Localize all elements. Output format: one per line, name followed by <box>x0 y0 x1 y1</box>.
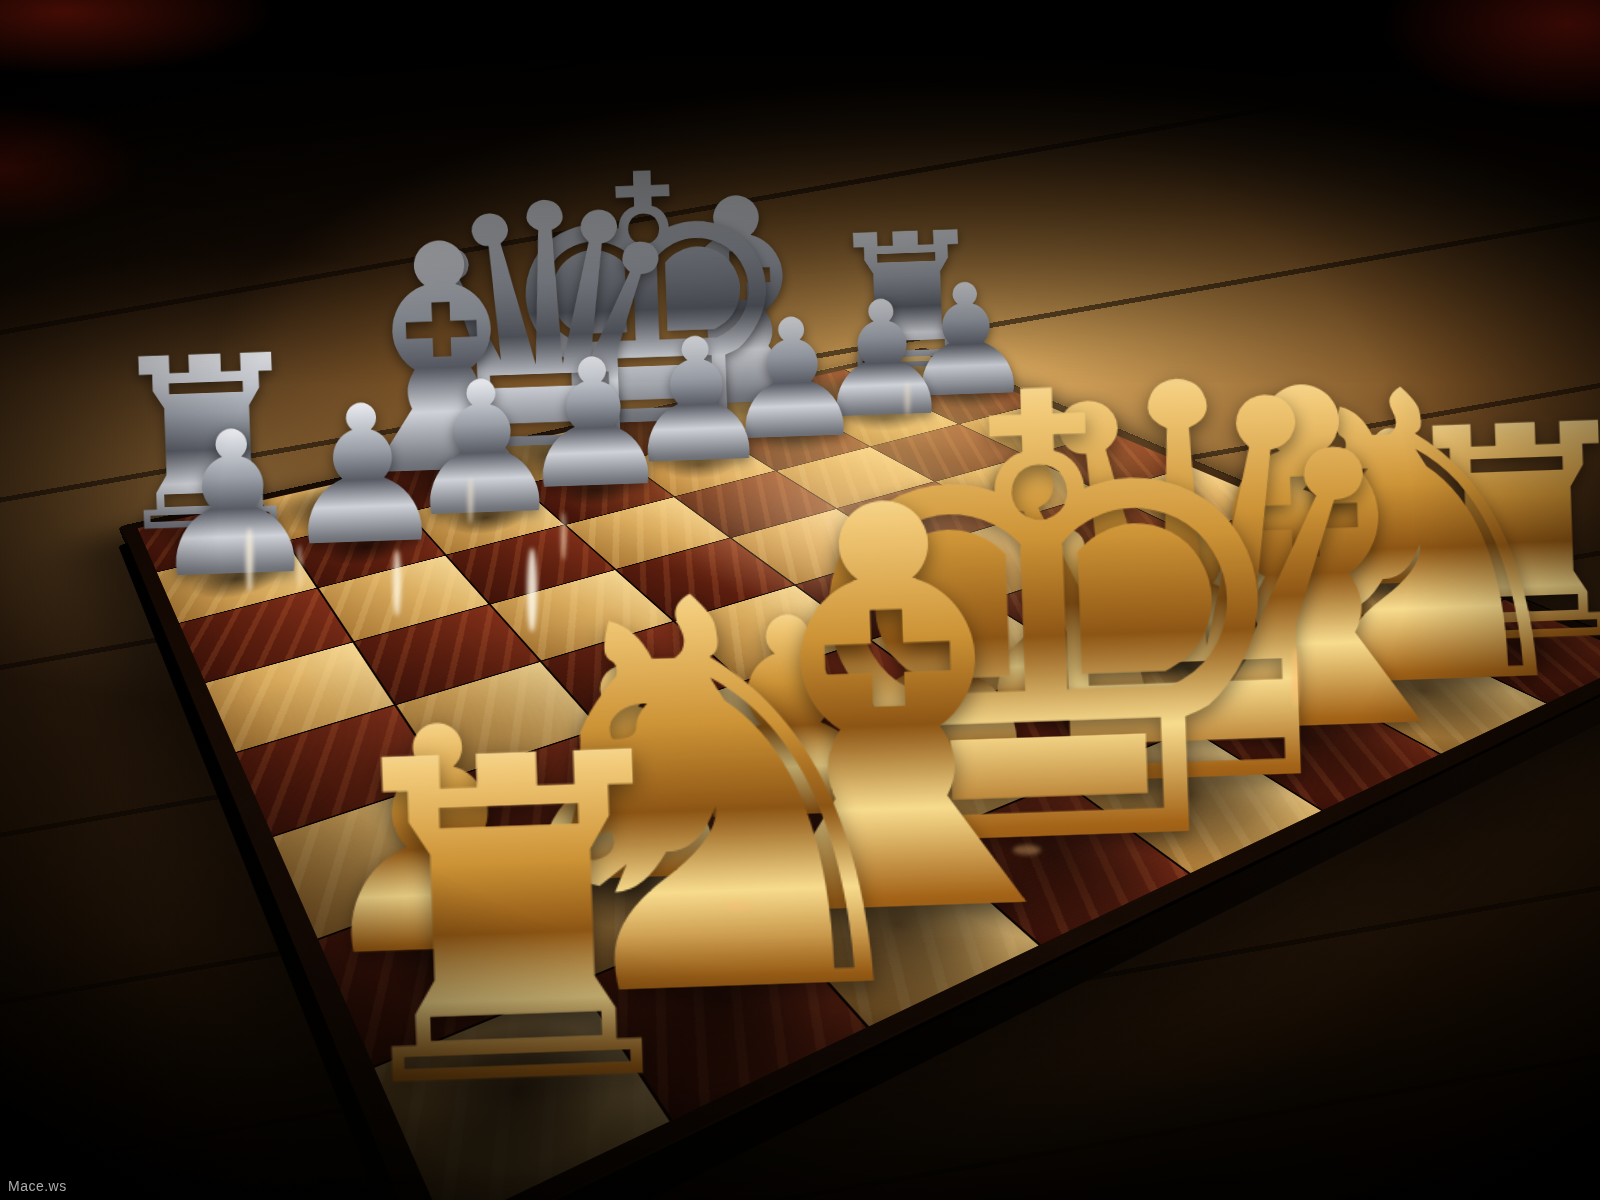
chess-wallpaper-scene: ♜♞♝♚♛♝♞♜♟♟♟♟♟♟♟♟♟♟♟♟♟♟♟♟♜♞♝♛♚♝♞♜ Mace.ws <box>0 0 1600 1200</box>
white-rook-icon: ♜ <box>306 694 720 1152</box>
watermark: Mace.ws <box>8 1178 67 1194</box>
